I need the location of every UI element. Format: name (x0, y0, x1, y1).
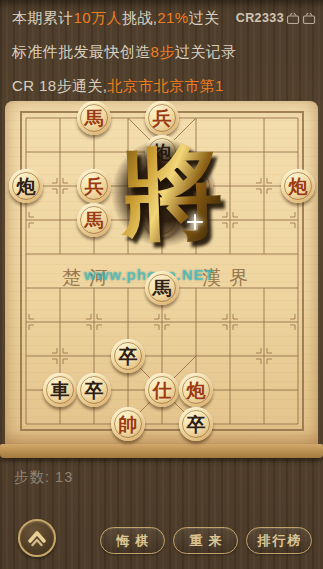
piece-soldier[interactable]: 兵 (77, 169, 111, 203)
step-counter: 步数: 13 (14, 468, 73, 487)
undo-button[interactable]: 悔棋 (100, 527, 165, 554)
piece-character: 仕 (153, 381, 172, 400)
piece-character: 帥 (119, 415, 138, 434)
piece-cannon[interactable]: 炮 (9, 169, 43, 203)
bilibili-icon (286, 12, 300, 25)
step-counter-value: 13 (55, 469, 73, 485)
scroll-top-button[interactable] (18, 519, 56, 557)
piece-soldier[interactable]: 兵 (145, 101, 179, 135)
bilibili-icon (302, 12, 316, 25)
leaderboard-button[interactable]: 排行榜 (246, 527, 312, 554)
piece-cannon[interactable]: 炮 (179, 373, 213, 407)
cr-number-badge: CR2333 (236, 11, 284, 25)
piece-character: 車 (51, 381, 70, 400)
piece-character: 卒 (119, 347, 138, 366)
banner-line-3: CR 18步通关,北京市北京市第1 (12, 77, 224, 96)
piece-character: 馬 (85, 109, 104, 128)
piece-horse[interactable]: 馬 (77, 203, 111, 237)
piece-character: 将 (187, 177, 206, 196)
piece-character: 馬 (85, 211, 104, 230)
piece-layer[interactable]: 馬兵炮炮兵将炮馬馬卒車卒仕炮帥卒 (9, 101, 315, 441)
piece-cannon[interactable]: 炮 (281, 169, 315, 203)
piece-character: 炮 (153, 143, 172, 162)
piece-horse[interactable]: 馬 (77, 101, 111, 135)
piece-character: 兵 (153, 109, 172, 128)
banner-line-2: 标准件批发最快创造8步过关记录 (12, 43, 236, 62)
restart-button[interactable]: 重来 (173, 527, 238, 554)
xiangqi-board[interactable]: 楚河 漢界 www.phone.NET 馬兵炮炮兵将炮馬馬卒車卒仕炮帥卒 將 將 (0, 103, 323, 444)
piece-soldier[interactable]: 卒 (179, 407, 213, 441)
piece-character: 炮 (289, 177, 308, 196)
piece-character: 卒 (187, 415, 206, 434)
piece-character: 馬 (153, 279, 172, 298)
board-3d-edge (0, 444, 323, 458)
piece-hidden-under-effect[interactable] (145, 203, 179, 237)
piece-character: 炮 (187, 381, 206, 400)
piece-character: 卒 (85, 381, 104, 400)
piece-character: 炮 (17, 177, 36, 196)
watermark-badge-row: CR2333 (236, 11, 316, 25)
piece-horse[interactable]: 馬 (145, 271, 179, 305)
piece-chariot[interactable]: 車 (43, 373, 77, 407)
piece-advisor[interactable]: 仕 (145, 373, 179, 407)
piece-soldier[interactable]: 卒 (77, 373, 111, 407)
event-info-banner: 本期累计10万人挑战,21%过关 标准件批发最快创造8步过关记录 CR 18步通… (0, 0, 323, 100)
piece-character: 兵 (85, 177, 104, 196)
piece-general[interactable]: 帥 (111, 407, 145, 441)
piece-general[interactable]: 将 (179, 169, 213, 203)
piece-cannon[interactable]: 炮 (145, 135, 179, 169)
banner-line-1: 本期累计10万人挑战,21%过关 (12, 9, 219, 28)
piece-soldier[interactable]: 卒 (111, 339, 145, 373)
xiangqi-app-screen: 本期累计10万人挑战,21%过关 标准件批发最快创造8步过关记录 CR 18步通… (0, 0, 323, 569)
chevron-up-icon (26, 528, 48, 548)
step-counter-label: 步数: (14, 469, 50, 485)
